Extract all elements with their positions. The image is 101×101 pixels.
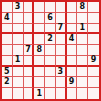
cell-r7c9[interactable] bbox=[88, 67, 99, 78]
cell-r9c3[interactable] bbox=[24, 88, 35, 99]
cell-r3c3[interactable] bbox=[24, 24, 35, 35]
cell-r6c4[interactable] bbox=[34, 56, 45, 67]
cell-r6c1[interactable] bbox=[2, 56, 13, 67]
cell-r1c2[interactable]: 3 bbox=[13, 2, 24, 13]
cell-r1c3[interactable] bbox=[24, 2, 35, 13]
cell-r3c7[interactable] bbox=[67, 24, 78, 35]
cell-r3c1[interactable] bbox=[2, 24, 13, 35]
cell-r4c1[interactable] bbox=[2, 34, 13, 45]
cell-r6c3[interactable] bbox=[24, 56, 35, 67]
cell-r7c1[interactable]: 5 bbox=[2, 67, 13, 78]
cell-r6c6[interactable] bbox=[56, 56, 67, 67]
cell-r9c9[interactable] bbox=[88, 88, 99, 99]
cell-r6c8[interactable] bbox=[77, 56, 88, 67]
cell-r6c7[interactable] bbox=[67, 56, 78, 67]
cell-r9c1[interactable] bbox=[2, 88, 13, 99]
cell-r1c5[interactable] bbox=[45, 2, 56, 13]
cell-r3c9[interactable] bbox=[88, 24, 99, 35]
cell-r7c6[interactable]: 3 bbox=[56, 67, 67, 78]
cell-r8c5[interactable] bbox=[45, 77, 56, 88]
cell-r1c4[interactable] bbox=[34, 2, 45, 13]
cell-r8c8[interactable] bbox=[77, 77, 88, 88]
cell-r8c3[interactable] bbox=[24, 77, 35, 88]
cell-r9c5[interactable] bbox=[45, 88, 56, 99]
cell-r3c8[interactable]: 1 bbox=[77, 24, 88, 35]
cell-r7c3[interactable] bbox=[24, 67, 35, 78]
cell-r3c6[interactable]: 7 bbox=[56, 24, 67, 35]
cell-r3c5[interactable] bbox=[45, 24, 56, 35]
cell-r4c6[interactable] bbox=[56, 34, 67, 45]
cell-r2c8[interactable] bbox=[77, 13, 88, 24]
cell-r8c6[interactable] bbox=[56, 77, 67, 88]
cell-r8c1[interactable]: 2 bbox=[2, 77, 13, 88]
cell-r2c3[interactable] bbox=[24, 13, 35, 24]
cell-r5c3[interactable]: 7 bbox=[24, 45, 35, 56]
cell-r2c5[interactable]: 6 bbox=[45, 13, 56, 24]
cell-r5c9[interactable] bbox=[88, 45, 99, 56]
cell-r7c7[interactable] bbox=[67, 67, 78, 78]
cell-r7c2[interactable] bbox=[13, 67, 24, 78]
cell-r4c4[interactable] bbox=[34, 34, 45, 45]
cell-r9c6[interactable] bbox=[56, 88, 67, 99]
cell-r6c9[interactable]: 9 bbox=[88, 56, 99, 67]
cell-r5c5[interactable] bbox=[45, 45, 56, 56]
cell-r4c5[interactable]: 2 bbox=[45, 34, 56, 45]
cell-r9c4[interactable]: 1 bbox=[34, 88, 45, 99]
cell-r4c8[interactable] bbox=[77, 34, 88, 45]
cell-r8c9[interactable] bbox=[88, 77, 99, 88]
cell-r2c1[interactable]: 4 bbox=[2, 13, 13, 24]
cell-r5c4[interactable]: 8 bbox=[34, 45, 45, 56]
cell-r9c7[interactable] bbox=[67, 88, 78, 99]
cell-r4c3[interactable] bbox=[24, 34, 35, 45]
cell-r2c7[interactable] bbox=[67, 13, 78, 24]
cell-r4c2[interactable] bbox=[13, 34, 24, 45]
cell-r2c9[interactable] bbox=[88, 13, 99, 24]
cell-r9c2[interactable] bbox=[13, 88, 24, 99]
cell-r5c8[interactable] bbox=[77, 45, 88, 56]
cell-r8c2[interactable] bbox=[13, 77, 24, 88]
cell-r6c5[interactable] bbox=[45, 56, 56, 67]
cell-r8c4[interactable] bbox=[34, 77, 45, 88]
sudoku-board: 38467124781953291 bbox=[0, 0, 101, 101]
cell-r1c9[interactable] bbox=[88, 2, 99, 13]
cell-r5c6[interactable] bbox=[56, 45, 67, 56]
cell-r2c2[interactable] bbox=[13, 13, 24, 24]
cell-r2c4[interactable] bbox=[34, 13, 45, 24]
cell-r7c8[interactable] bbox=[77, 67, 88, 78]
cell-r5c2[interactable] bbox=[13, 45, 24, 56]
cell-r5c7[interactable] bbox=[67, 45, 78, 56]
cell-r9c8[interactable] bbox=[77, 88, 88, 99]
cell-r6c2[interactable]: 1 bbox=[13, 56, 24, 67]
cell-r3c4[interactable] bbox=[34, 24, 45, 35]
cell-r7c4[interactable] bbox=[34, 67, 45, 78]
cell-r1c7[interactable] bbox=[67, 2, 78, 13]
cell-r2c6[interactable] bbox=[56, 13, 67, 24]
cell-r3c2[interactable] bbox=[13, 24, 24, 35]
cell-r8c7[interactable]: 9 bbox=[67, 77, 78, 88]
cell-r1c6[interactable] bbox=[56, 2, 67, 13]
cell-r4c9[interactable] bbox=[88, 34, 99, 45]
cell-r4c7[interactable]: 4 bbox=[67, 34, 78, 45]
cell-r5c1[interactable] bbox=[2, 45, 13, 56]
cell-r1c1[interactable] bbox=[2, 2, 13, 13]
cell-r1c8[interactable]: 8 bbox=[77, 2, 88, 13]
cell-r7c5[interactable] bbox=[45, 67, 56, 78]
